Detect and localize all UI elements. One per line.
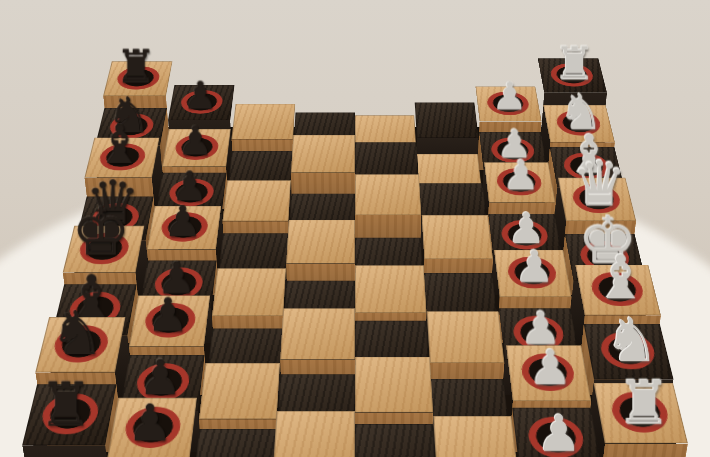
silver-bishop[interactable]: ♝ bbox=[554, 248, 688, 305]
dark-block-top bbox=[355, 423, 437, 457]
square-h2[interactable]: ♟ bbox=[509, 451, 596, 457]
light-block-top bbox=[286, 219, 355, 263]
light-block-top bbox=[280, 308, 355, 360]
photo-stage: ♜♟♟♜♞♟♟♞♝♟♟♝♛♟♟♛♚♟♟♚♝♟♟♝♞♟♟♞♜♟♟♜ bbox=[0, 0, 710, 457]
square-h6[interactable] bbox=[194, 451, 278, 457]
light-block-top bbox=[291, 134, 355, 172]
light-block-top bbox=[355, 356, 433, 412]
light-block-top bbox=[355, 265, 427, 313]
square-h7[interactable]: ♟ bbox=[114, 451, 201, 457]
silver-rook[interactable]: ♜ bbox=[519, 42, 630, 86]
light-block-top bbox=[355, 174, 422, 215]
dark-block-front bbox=[22, 445, 118, 457]
square-h5[interactable] bbox=[275, 451, 355, 457]
black-knight[interactable]: ♞ bbox=[7, 304, 147, 362]
light-block-front bbox=[592, 443, 688, 457]
black-rook[interactable]: ♜ bbox=[81, 45, 191, 89]
board: ♜♟♟♜♞♟♟♞♝♟♟♝♛♟♟♛♚♟♟♚♝♟♟♝♞♟♟♞♜♟♟♜ bbox=[34, 133, 677, 457]
scene: ♜♟♟♜♞♟♟♞♝♟♟♝♛♟♟♛♚♟♟♚♝♟♟♝♞♟♟♞♜♟♟♜ bbox=[0, 0, 710, 457]
silver-rook[interactable]: ♜ bbox=[571, 374, 710, 432]
black-king[interactable]: ♚ bbox=[37, 201, 165, 264]
black-rook[interactable]: ♜ bbox=[0, 376, 139, 434]
square-h4[interactable] bbox=[355, 451, 435, 457]
light-block-top bbox=[273, 410, 355, 457]
black-bishop[interactable]: ♝ bbox=[61, 119, 180, 170]
silver-knight[interactable]: ♞ bbox=[562, 311, 701, 368]
